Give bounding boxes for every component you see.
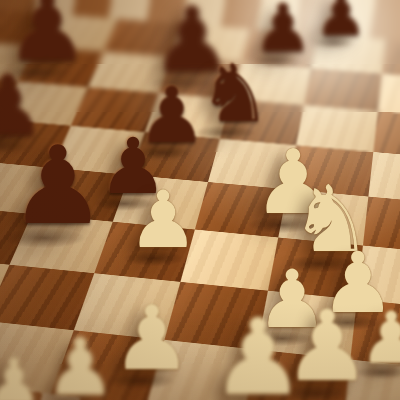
pawn-glyph: ♟ bbox=[0, 350, 43, 400]
pawn-glyph: ♟ bbox=[210, 305, 305, 400]
knight-glyph: ♞ bbox=[199, 54, 271, 134]
chess-piece-light-pawn-f1: ♟ bbox=[210, 305, 305, 400]
pawn-glyph: ♟ bbox=[128, 181, 199, 260]
chess-piece-light-pawn-d3: ♟ bbox=[128, 181, 199, 260]
chess-piece-dark-pawn-b4: ♟ bbox=[10, 132, 107, 240]
pieces-layer: ♟♟♟♟♟♞♟♟♟♟♟♞♟♟♟♟♟♟♟♟ bbox=[0, 0, 400, 400]
chess-piece-dark-knight-e6: ♞ bbox=[199, 54, 271, 134]
chess-piece-light-pawn-d1: ♟ bbox=[112, 294, 192, 383]
chess-set-photo: ♟♟♟♟♟♞♟♟♟♟♟♞♟♟♟♟♟♟♟♟ bbox=[0, 0, 400, 400]
pawn-glyph: ♟ bbox=[10, 132, 107, 240]
pawn-glyph: ♟ bbox=[315, 0, 367, 44]
chess-piece-dark-pawn-g8: ♟ bbox=[315, 0, 367, 44]
pawn-glyph: ♟ bbox=[112, 294, 192, 383]
chess-piece-light-pawn-b1: ♟ bbox=[44, 328, 116, 400]
pawn-glyph: ♟ bbox=[44, 328, 116, 400]
chess-piece-light-pawn-a1: ♟ bbox=[0, 350, 43, 400]
